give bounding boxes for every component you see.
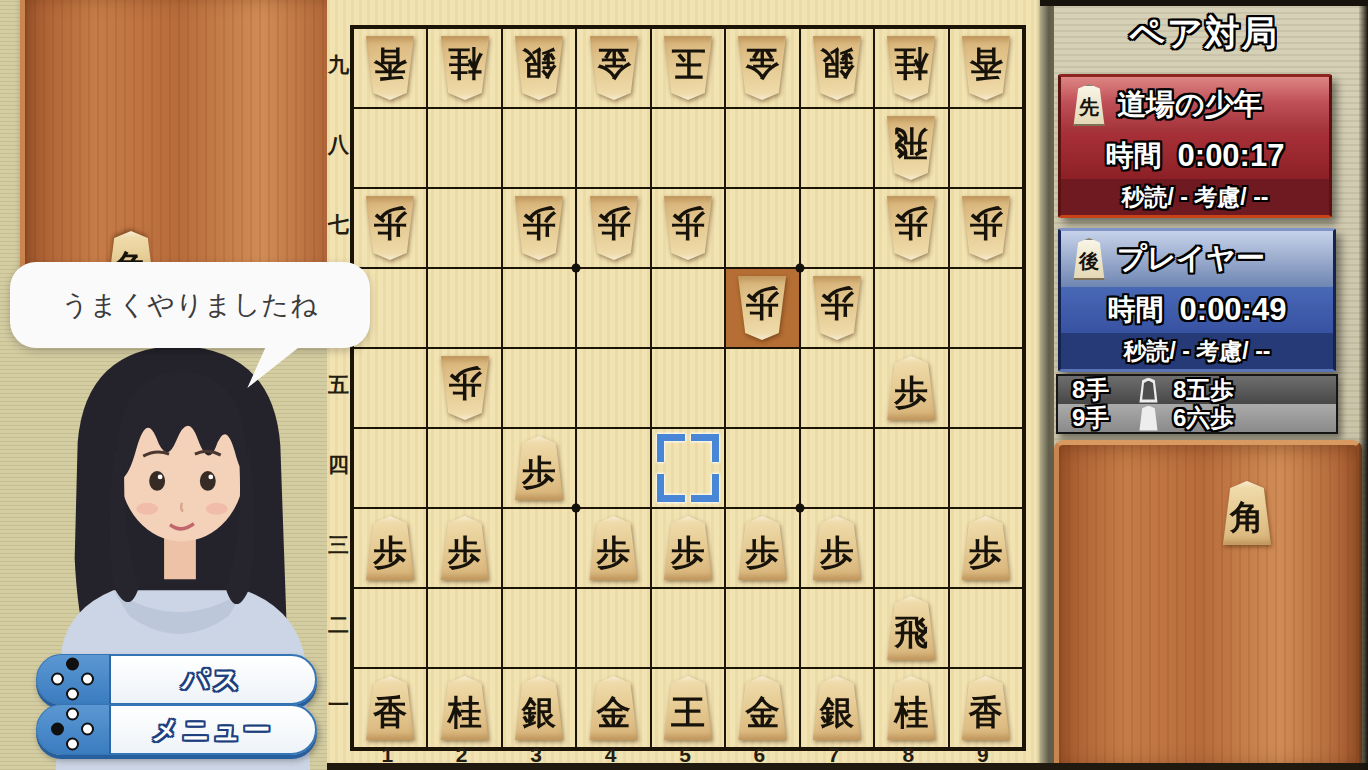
piece-slot: 飛 bbox=[883, 116, 939, 180]
square-7四[interactable] bbox=[800, 428, 874, 508]
shogi-piece-王[interactable]: 王 bbox=[660, 676, 716, 740]
shogi-piece-金: 金 bbox=[734, 36, 790, 100]
piece-slot: 歩 bbox=[734, 276, 790, 340]
piece-slot: 香 bbox=[362, 36, 418, 100]
move-row-8手[interactable]: 8手8五歩 bbox=[1058, 376, 1336, 404]
square-1三[interactable]: 歩 bbox=[353, 508, 427, 588]
piece-slot: 銀 bbox=[809, 676, 865, 740]
star-point bbox=[572, 504, 581, 513]
piece-kanji: 歩 bbox=[522, 208, 556, 242]
piece-kanji: 歩 bbox=[969, 535, 1003, 569]
gote-byoyomi: 秒読/ - 考慮/ -- bbox=[1124, 336, 1271, 367]
square-3二[interactable] bbox=[502, 588, 576, 668]
piece-kanji: 角 bbox=[1230, 500, 1264, 534]
square-1七[interactable]: 歩 bbox=[353, 188, 427, 268]
square-9二[interactable] bbox=[949, 588, 1023, 668]
rank-label-八: 八 bbox=[327, 105, 350, 185]
piece-slot: 桂 bbox=[883, 36, 939, 100]
rank-label-二: 二 bbox=[327, 585, 350, 665]
square-4七[interactable]: 歩 bbox=[576, 188, 650, 268]
square-2四[interactable] bbox=[427, 428, 501, 508]
piece-kanji: 玉 bbox=[671, 48, 705, 82]
square-9八[interactable] bbox=[949, 108, 1023, 188]
piece-kanji: 歩 bbox=[671, 208, 705, 242]
square-1一[interactable]: 香 bbox=[353, 668, 427, 748]
shogi-board: 香桂銀金玉金銀桂香飛歩歩歩歩歩歩歩歩歩歩歩歩歩歩歩歩歩歩飛香桂銀金王金銀桂香 bbox=[350, 25, 1026, 751]
sente-player-panel: 先 道場の少年 時間 0:00:17 秒読/ - 考慮/ -- bbox=[1058, 74, 1332, 218]
square-7一[interactable]: 銀 bbox=[800, 668, 874, 748]
shogi-piece-香[interactable]: 香 bbox=[958, 676, 1014, 740]
square-5四[interactable] bbox=[651, 428, 725, 508]
rank-labels: 九八七六五四三二一 bbox=[327, 25, 350, 745]
shogi-piece-歩: 歩 bbox=[437, 356, 493, 420]
piece-slot: 香 bbox=[958, 676, 1014, 740]
shogi-piece-桂: 桂 bbox=[883, 36, 939, 100]
square-3一[interactable]: 銀 bbox=[502, 668, 576, 748]
shogi-piece-歩: 歩 bbox=[734, 276, 790, 340]
shogi-piece-歩[interactable]: 歩 bbox=[660, 516, 716, 580]
panel-shadow bbox=[1036, 0, 1054, 770]
piece-kanji: 金 bbox=[745, 48, 779, 82]
dot-t bbox=[66, 707, 79, 720]
move-history: 8手8五歩9手6六歩 bbox=[1056, 374, 1338, 434]
square-2九[interactable]: 桂 bbox=[427, 28, 501, 108]
square-6一[interactable]: 金 bbox=[725, 668, 799, 748]
player-captured-pieces: 角 bbox=[1219, 481, 1275, 545]
square-7五[interactable] bbox=[800, 348, 874, 428]
piece-slot: 歩 bbox=[362, 196, 418, 260]
gote-time-value: 0:00:49 bbox=[1180, 292, 1287, 328]
sente-byoyomi: 秒読/ - 考慮/ -- bbox=[1122, 182, 1269, 213]
shogi-piece-歩[interactable]: 歩 bbox=[958, 516, 1014, 580]
shogi-piece-金[interactable]: 金 bbox=[734, 676, 790, 740]
move-row-9手[interactable]: 9手6六歩 bbox=[1058, 404, 1336, 432]
square-5七[interactable]: 歩 bbox=[651, 188, 725, 268]
piece-kanji: 歩 bbox=[522, 455, 556, 489]
gote-player-name: プレイヤー bbox=[1117, 239, 1265, 279]
piece-slot: 歩 bbox=[586, 516, 642, 580]
shogi-piece-角[interactable]: 角 bbox=[1219, 481, 1275, 545]
piece-kanji: 歩 bbox=[373, 535, 407, 569]
square-3五[interactable] bbox=[502, 348, 576, 428]
square-7九[interactable]: 銀 bbox=[800, 28, 874, 108]
rank-label-四: 四 bbox=[327, 425, 350, 505]
square-6六[interactable]: 歩 bbox=[725, 268, 799, 348]
square-4四[interactable] bbox=[576, 428, 650, 508]
square-1八[interactable] bbox=[353, 108, 427, 188]
piece-kanji: 桂 bbox=[894, 695, 928, 729]
piece-slot: 桂 bbox=[883, 676, 939, 740]
screen-edge bbox=[1359, 0, 1368, 770]
star-point bbox=[796, 264, 805, 273]
square-1九[interactable]: 香 bbox=[353, 28, 427, 108]
square-6七[interactable] bbox=[725, 188, 799, 268]
piece-kanji: 香 bbox=[969, 48, 1003, 82]
piece-slot: 歩 bbox=[809, 516, 865, 580]
piece-kanji: 金 bbox=[597, 695, 631, 729]
piece-kanji: 銀 bbox=[522, 48, 556, 82]
shogi-piece-銀: 銀 bbox=[511, 36, 567, 100]
piece-kanji: 銀 bbox=[820, 695, 854, 729]
shogi-piece-歩[interactable]: 歩 bbox=[362, 516, 418, 580]
square-6九[interactable]: 金 bbox=[725, 28, 799, 108]
shogi-piece-歩: 歩 bbox=[809, 276, 865, 340]
shogi-piece-歩[interactable]: 歩 bbox=[809, 516, 865, 580]
piece-kanji: 歩 bbox=[820, 288, 854, 322]
square-5五[interactable] bbox=[651, 348, 725, 428]
square-5六[interactable] bbox=[651, 268, 725, 348]
shogi-piece-歩[interactable]: 歩 bbox=[511, 436, 567, 500]
piece-kanji: 桂 bbox=[894, 48, 928, 82]
piece-kanji: 香 bbox=[373, 48, 407, 82]
piece-kanji: 飛 bbox=[894, 615, 928, 649]
piece-kanji: 歩 bbox=[969, 208, 1003, 242]
rank-label-五: 五 bbox=[327, 345, 350, 425]
rank-label-九: 九 bbox=[327, 25, 350, 105]
piece-slot: 歩 bbox=[958, 196, 1014, 260]
screen-edge bbox=[327, 763, 1368, 770]
sente-mark-icon: 先 bbox=[1071, 84, 1107, 126]
rank-label-七: 七 bbox=[327, 185, 350, 265]
shogi-piece-桂[interactable]: 桂 bbox=[437, 676, 493, 740]
piece-slot: 歩 bbox=[883, 356, 939, 420]
piece-slot: 銀 bbox=[511, 676, 567, 740]
piece-kanji: 歩 bbox=[448, 368, 482, 402]
square-9五[interactable] bbox=[949, 348, 1023, 428]
piece-slot: 歩 bbox=[660, 516, 716, 580]
shogi-piece-香: 香 bbox=[958, 36, 1014, 100]
shogi-piece-銀[interactable]: 銀 bbox=[511, 676, 567, 740]
shogi-piece-桂[interactable]: 桂 bbox=[883, 676, 939, 740]
piece-slot: 桂 bbox=[437, 676, 493, 740]
piece-kanji: 歩 bbox=[671, 535, 705, 569]
shogi-piece-金[interactable]: 金 bbox=[586, 676, 642, 740]
square-1二[interactable] bbox=[353, 588, 427, 668]
square-6八[interactable] bbox=[725, 108, 799, 188]
square-9九[interactable]: 香 bbox=[949, 28, 1023, 108]
square-3九[interactable]: 銀 bbox=[502, 28, 576, 108]
square-7八[interactable] bbox=[800, 108, 874, 188]
square-8四[interactable] bbox=[874, 428, 948, 508]
shogi-piece-歩[interactable]: 歩 bbox=[437, 516, 493, 580]
piece-slot: 玉 bbox=[660, 36, 716, 100]
shogi-piece-歩: 歩 bbox=[958, 196, 1014, 260]
dot-r bbox=[81, 672, 94, 685]
menu-button[interactable]: メニュー bbox=[36, 704, 317, 755]
dot-l-active bbox=[51, 722, 64, 735]
sente-time-label: 時間 bbox=[1106, 137, 1162, 175]
piece-kanji: 歩 bbox=[894, 375, 928, 409]
square-2一[interactable]: 桂 bbox=[427, 668, 501, 748]
square-8一[interactable]: 桂 bbox=[874, 668, 948, 748]
square-1五[interactable] bbox=[353, 348, 427, 428]
shogi-piece-銀[interactable]: 銀 bbox=[809, 676, 865, 740]
move-number: 9手 bbox=[1072, 402, 1134, 434]
shogi-piece-歩: 歩 bbox=[883, 196, 939, 260]
square-9六[interactable] bbox=[949, 268, 1023, 348]
shogi-piece-飛[interactable]: 飛 bbox=[883, 596, 939, 660]
square-5八[interactable] bbox=[651, 108, 725, 188]
shogi-piece-香[interactable]: 香 bbox=[362, 676, 418, 740]
square-7七[interactable] bbox=[800, 188, 874, 268]
square-5九[interactable]: 玉 bbox=[651, 28, 725, 108]
piece-kanji: 歩 bbox=[745, 535, 779, 569]
rank-label-三: 三 bbox=[327, 505, 350, 585]
piece-kanji: 歩 bbox=[448, 535, 482, 569]
square-1四[interactable] bbox=[353, 428, 427, 508]
piece-kanji: 歩 bbox=[597, 208, 631, 242]
square-3三[interactable] bbox=[502, 508, 576, 588]
piece-slot: 歩 bbox=[734, 516, 790, 580]
square-3四[interactable]: 歩 bbox=[502, 428, 576, 508]
gote-time-label: 時間 bbox=[1108, 291, 1164, 329]
pass-button[interactable]: パス bbox=[36, 654, 317, 705]
piece-kanji: 歩 bbox=[373, 208, 407, 242]
speech-bubble-text: うまくやりましたね bbox=[61, 287, 319, 323]
piece-slot: 銀 bbox=[511, 36, 567, 100]
right-sidebar: ペア対局 先 道場の少年 時間 0:00:17 秒読/ - 考慮/ -- 後 プ… bbox=[1054, 0, 1368, 770]
piece-slot: 歩 bbox=[660, 196, 716, 260]
piece-kanji: 歩 bbox=[745, 288, 779, 322]
piece-slot: 王 bbox=[660, 676, 716, 740]
piece-slot: 金 bbox=[586, 676, 642, 740]
square-4三[interactable]: 歩 bbox=[576, 508, 650, 588]
square-8三[interactable] bbox=[874, 508, 948, 588]
square-6三[interactable]: 歩 bbox=[725, 508, 799, 588]
square-6二[interactable] bbox=[725, 588, 799, 668]
piece-slot: 金 bbox=[734, 36, 790, 100]
shogi-piece-歩[interactable]: 歩 bbox=[883, 356, 939, 420]
piece-kanji: 飛 bbox=[894, 128, 928, 162]
square-8二[interactable]: 飛 bbox=[874, 588, 948, 668]
square-9一[interactable]: 香 bbox=[949, 668, 1023, 748]
piece-slot: 飛 bbox=[883, 596, 939, 660]
piece-kanji: 香 bbox=[373, 695, 407, 729]
square-2七[interactable] bbox=[427, 188, 501, 268]
shogi-piece-歩: 歩 bbox=[511, 196, 567, 260]
shogi-piece-歩: 歩 bbox=[660, 196, 716, 260]
square-8六[interactable] bbox=[874, 268, 948, 348]
square-8九[interactable]: 桂 bbox=[874, 28, 948, 108]
piece-slot: 歩 bbox=[958, 516, 1014, 580]
speech-bubble: うまくやりましたね bbox=[10, 262, 370, 348]
selection-cursor bbox=[657, 434, 719, 502]
square-2五[interactable]: 歩 bbox=[427, 348, 501, 428]
square-4五[interactable] bbox=[576, 348, 650, 428]
piece-kanji: 歩 bbox=[820, 535, 854, 569]
shogi-piece-歩: 歩 bbox=[362, 196, 418, 260]
shogi-piece-銀: 銀 bbox=[809, 36, 865, 100]
square-4九[interactable]: 金 bbox=[576, 28, 650, 108]
piece-slot: 香 bbox=[958, 36, 1014, 100]
dot-l bbox=[51, 672, 64, 685]
square-2三[interactable]: 歩 bbox=[427, 508, 501, 588]
square-8五[interactable]: 歩 bbox=[874, 348, 948, 428]
piece-kanji: 金 bbox=[597, 48, 631, 82]
square-3八[interactable] bbox=[502, 108, 576, 188]
square-3六[interactable] bbox=[502, 268, 576, 348]
dot-t-active bbox=[66, 657, 79, 670]
screen-edge bbox=[1040, 0, 1368, 6]
piece-slot: 桂 bbox=[437, 36, 493, 100]
square-9七[interactable]: 歩 bbox=[949, 188, 1023, 268]
piece-kanji: 歩 bbox=[894, 208, 928, 242]
shogi-piece-歩[interactable]: 歩 bbox=[734, 516, 790, 580]
piece-kanji: 歩 bbox=[597, 535, 631, 569]
square-6五[interactable] bbox=[725, 348, 799, 428]
piece-kanji: 銀 bbox=[820, 48, 854, 82]
square-2六[interactable] bbox=[427, 268, 501, 348]
move-text: 6六歩 bbox=[1173, 402, 1234, 434]
piece-slot: 歩 bbox=[437, 516, 493, 580]
square-5二[interactable] bbox=[651, 588, 725, 668]
rank-label-一: 一 bbox=[327, 665, 350, 745]
shogi-piece-桂: 桂 bbox=[437, 36, 493, 100]
square-4六[interactable] bbox=[576, 268, 650, 348]
piece-slot: 歩 bbox=[437, 356, 493, 420]
star-point bbox=[796, 504, 805, 513]
pass-button-label: パス bbox=[110, 656, 315, 703]
square-4二[interactable] bbox=[576, 588, 650, 668]
square-2八[interactable] bbox=[427, 108, 501, 188]
piece-slot: 歩 bbox=[511, 196, 567, 260]
piece-kanji: 香 bbox=[969, 695, 1003, 729]
piece-slot: 金 bbox=[586, 36, 642, 100]
square-7二[interactable] bbox=[800, 588, 874, 668]
shogi-piece-歩[interactable]: 歩 bbox=[586, 516, 642, 580]
dot-r bbox=[81, 722, 94, 735]
gote-piece-icon bbox=[1138, 378, 1159, 403]
dot-b bbox=[66, 737, 79, 750]
dot-b bbox=[66, 687, 79, 700]
piece-slot: 金 bbox=[734, 676, 790, 740]
shogi-piece-金: 金 bbox=[586, 36, 642, 100]
piece-kanji: 桂 bbox=[448, 48, 482, 82]
square-5三[interactable]: 歩 bbox=[651, 508, 725, 588]
piece-slot: 歩 bbox=[809, 276, 865, 340]
piece-slot: 歩 bbox=[362, 516, 418, 580]
square-8七[interactable]: 歩 bbox=[874, 188, 948, 268]
piece-slot: 歩 bbox=[883, 196, 939, 260]
piece-slot: 歩 bbox=[586, 196, 642, 260]
square-6四[interactable] bbox=[725, 428, 799, 508]
square-4一[interactable]: 金 bbox=[576, 668, 650, 748]
gote-mark-icon: 後 bbox=[1071, 238, 1107, 280]
square-5一[interactable]: 王 bbox=[651, 668, 725, 748]
square-2二[interactable] bbox=[427, 588, 501, 668]
square-9三[interactable]: 歩 bbox=[949, 508, 1023, 588]
controller-buttons-icon bbox=[37, 705, 111, 754]
square-3七[interactable]: 歩 bbox=[502, 188, 576, 268]
piece-slot: 歩 bbox=[511, 436, 567, 500]
shogi-piece-歩: 歩 bbox=[586, 196, 642, 260]
piece-kanji: 金 bbox=[745, 695, 779, 729]
piece-slot: 香 bbox=[362, 676, 418, 740]
square-4八[interactable] bbox=[576, 108, 650, 188]
star-point bbox=[572, 264, 581, 273]
player-piece-stand: 角 bbox=[1054, 440, 1362, 770]
match-mode-title: ペア対局 bbox=[1054, 10, 1354, 57]
controller-buttons-icon bbox=[37, 655, 111, 704]
sente-player-name: 道場の少年 bbox=[1117, 85, 1263, 125]
shogi-piece-飛: 飛 bbox=[883, 116, 939, 180]
sente-time-value: 0:00:17 bbox=[1178, 138, 1285, 174]
shogi-board-panel: 九八七六五四三二一 香桂銀金玉金銀桂香飛歩歩歩歩歩歩歩歩歩歩歩歩歩歩歩歩歩歩飛香… bbox=[327, 0, 1040, 770]
shogi-piece-玉: 玉 bbox=[660, 36, 716, 100]
piece-kanji: 桂 bbox=[448, 695, 482, 729]
gote-player-panel: 後 プレイヤー 時間 0:00:49 秒読/ - 考慮/ -- bbox=[1058, 228, 1336, 372]
sente-piece-icon bbox=[1138, 406, 1159, 431]
piece-slot: 銀 bbox=[809, 36, 865, 100]
square-7六[interactable]: 歩 bbox=[800, 268, 874, 348]
shogi-piece-香: 香 bbox=[362, 36, 418, 100]
menu-button-label: メニュー bbox=[110, 706, 315, 753]
square-8八[interactable]: 飛 bbox=[874, 108, 948, 188]
shogi-game-screen: 角 九八七六五四三二一 香桂銀金玉金銀桂香飛歩歩歩歩歩歩歩歩歩歩歩歩歩歩歩歩歩歩… bbox=[0, 0, 1368, 770]
piece-kanji: 王 bbox=[671, 695, 705, 729]
square-9四[interactable] bbox=[949, 428, 1023, 508]
square-7三[interactable]: 歩 bbox=[800, 508, 874, 588]
piece-kanji: 銀 bbox=[522, 695, 556, 729]
